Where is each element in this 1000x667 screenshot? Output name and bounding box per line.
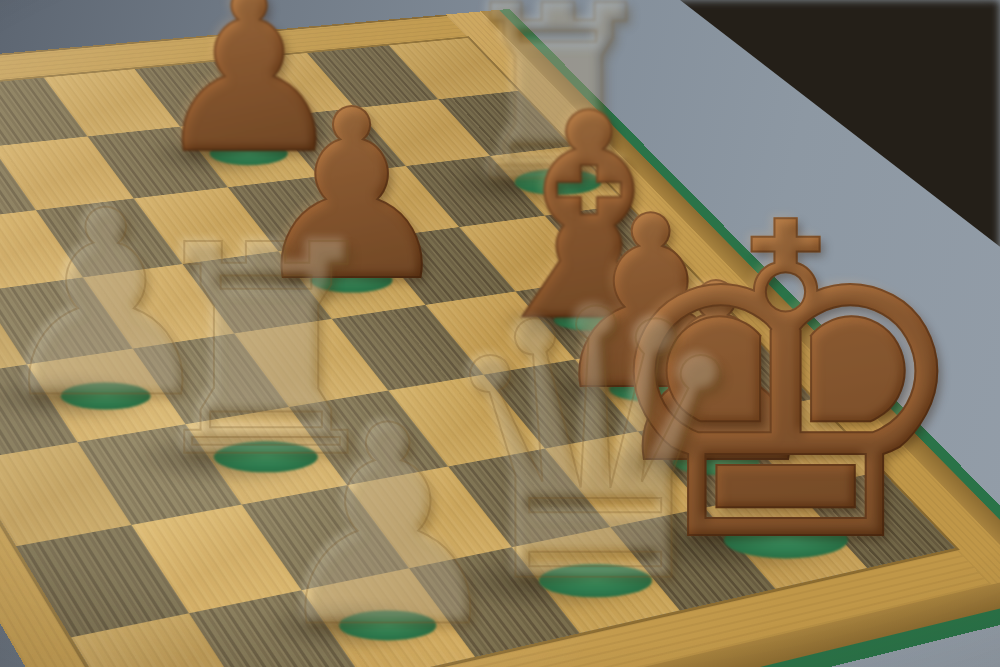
scene: ♜♟♟♝♟♟♚♛♜♟♟ xyxy=(0,0,1000,667)
chess-board xyxy=(0,38,955,667)
